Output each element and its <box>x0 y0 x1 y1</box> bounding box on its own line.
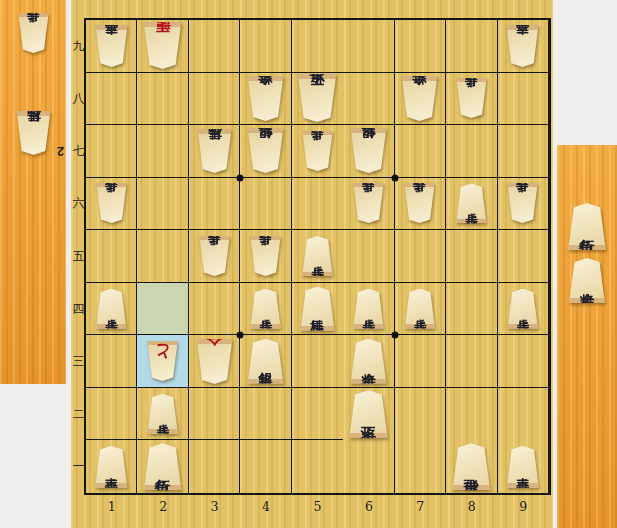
square-3-3[interactable]: 全 <box>189 335 240 388</box>
square-2-1[interactable]: 角行 <box>137 440 188 493</box>
square-9-5[interactable] <box>498 230 549 283</box>
sente-hand-stand: 角行金将 <box>557 145 617 528</box>
lance-sente[interactable]: 香車 <box>94 446 129 488</box>
square-1-2[interactable] <box>86 388 137 441</box>
square-5-5[interactable]: 歩兵 <box>292 230 343 283</box>
square-1-1[interactable]: 香車 <box>86 440 137 493</box>
lance-gote[interactable]: 香車 <box>505 25 540 67</box>
king-sente[interactable]: 王将 <box>347 390 389 438</box>
square-8-5[interactable] <box>446 230 497 283</box>
file-labels: 123456789 <box>86 495 549 517</box>
square-6-1[interactable] <box>343 440 394 493</box>
promoted-silver-gote[interactable]: 全 <box>195 339 234 384</box>
pawn-gote[interactable]: 歩兵 <box>198 236 231 276</box>
pawn-sente[interactable]: 歩兵 <box>506 289 539 329</box>
square-9-8[interactable] <box>498 73 549 126</box>
square-2-4[interactable] <box>137 283 188 336</box>
square-4-2[interactable] <box>240 388 291 441</box>
square-4-8[interactable]: 金将 <box>240 73 291 126</box>
square-8-2[interactable] <box>446 388 497 441</box>
file-label: 4 <box>240 495 291 517</box>
square-6-4[interactable]: 歩兵 <box>343 283 394 336</box>
square-6-2[interactable]: 王将 <box>343 388 394 441</box>
square-3-8[interactable] <box>189 73 240 126</box>
square-5-3[interactable] <box>292 335 343 388</box>
square-9-3[interactable] <box>498 335 549 388</box>
square-3-1[interactable] <box>189 440 240 493</box>
square-5-9[interactable] <box>292 20 343 73</box>
square-5-4[interactable]: 桂馬 <box>292 283 343 336</box>
rook-sente[interactable]: 飛車 <box>451 443 492 490</box>
square-2-9[interactable]: 龍王 <box>137 20 188 73</box>
shogi-board-panel: 九八七六五四三二一 123456789 香車龍王香車金将玉将金将歩兵桂馬銀将歩兵… <box>71 0 553 528</box>
square-1-5[interactable] <box>86 230 137 283</box>
piece-kanji: と <box>154 351 171 370</box>
knight-sente[interactable]: 桂馬 <box>299 287 336 331</box>
square-6-5[interactable] <box>343 230 394 283</box>
board-grid: 香車龍王香車金将玉将金将歩兵桂馬銀将歩兵銀将歩兵歩兵歩兵歩兵歩兵歩兵歩兵歩兵歩兵… <box>84 18 551 495</box>
pawn-sente[interactable]: 歩兵 <box>455 183 488 223</box>
square-1-3[interactable] <box>86 335 137 388</box>
gold-gote[interactable]: 金将 <box>246 76 285 121</box>
square-2-6[interactable] <box>137 178 188 231</box>
square-3-7[interactable]: 桂馬 <box>189 125 240 178</box>
star-point <box>237 332 244 339</box>
pawn-gote[interactable]: 歩兵 <box>17 13 50 53</box>
square-4-7[interactable]: 銀将 <box>240 125 291 178</box>
star-point <box>391 332 398 339</box>
lance-gote[interactable]: 香車 <box>94 25 129 67</box>
square-8-3[interactable] <box>446 335 497 388</box>
pawn-sente[interactable]: 歩兵 <box>301 236 334 276</box>
star-point <box>391 174 398 181</box>
file-label: 5 <box>292 495 343 517</box>
square-2-5[interactable] <box>137 230 188 283</box>
square-8-7[interactable] <box>446 125 497 178</box>
pawn-gote[interactable]: 歩兵 <box>95 183 128 223</box>
square-1-4[interactable]: 歩兵 <box>86 283 137 336</box>
square-7-2[interactable] <box>395 388 446 441</box>
silver-gote[interactable]: 銀将 <box>349 128 388 173</box>
square-2-8[interactable] <box>137 73 188 126</box>
file-label: 6 <box>343 495 394 517</box>
square-5-2[interactable] <box>292 388 343 441</box>
shogi-app: 歩兵桂馬2 九八七六五四三二一 123456789 香車龍王香車金将玉将金将歩兵… <box>0 0 617 528</box>
square-4-3[interactable]: 銀将 <box>240 335 291 388</box>
silver-gote[interactable]: 銀将 <box>246 128 285 173</box>
pawn-sente[interactable]: 歩兵 <box>352 289 385 329</box>
square-3-2[interactable] <box>189 388 240 441</box>
square-4-1[interactable] <box>240 440 291 493</box>
file-label: 3 <box>189 495 240 517</box>
square-7-4[interactable]: 歩兵 <box>395 283 446 336</box>
pawn-gote[interactable]: 歩兵 <box>403 183 436 223</box>
square-9-7[interactable] <box>498 125 549 178</box>
square-6-7[interactable]: 銀将 <box>343 125 394 178</box>
knight-gote[interactable]: 桂馬 <box>15 111 52 155</box>
square-3-9[interactable] <box>189 20 240 73</box>
square-9-1[interactable]: 香車 <box>498 440 549 493</box>
pawn-sente[interactable]: 歩兵 <box>95 289 128 329</box>
square-6-3[interactable]: 金将 <box>343 335 394 388</box>
file-label: 8 <box>446 495 497 517</box>
square-4-4[interactable]: 歩兵 <box>240 283 291 336</box>
silver-sente[interactable]: 銀将 <box>246 339 285 384</box>
square-3-5[interactable]: 歩兵 <box>189 230 240 283</box>
square-5-1[interactable] <box>292 440 343 493</box>
pawn-gote[interactable]: 歩兵 <box>352 183 385 223</box>
square-1-9[interactable]: 香車 <box>86 20 137 73</box>
square-4-6[interactable] <box>240 178 291 231</box>
square-7-5[interactable] <box>395 230 446 283</box>
square-7-8[interactable]: 金将 <box>395 73 446 126</box>
square-9-2[interactable] <box>498 388 549 441</box>
square-3-6[interactable] <box>189 178 240 231</box>
gote-hand-stand: 歩兵桂馬2 <box>0 0 66 384</box>
square-7-3[interactable] <box>395 335 446 388</box>
lance-sente[interactable]: 香車 <box>505 446 540 488</box>
square-8-6[interactable]: 歩兵 <box>446 178 497 231</box>
star-point <box>237 174 244 181</box>
square-9-9[interactable]: 香車 <box>498 20 549 73</box>
square-1-6[interactable]: 歩兵 <box>86 178 137 231</box>
pawn-sente[interactable]: 歩兵 <box>249 289 282 329</box>
file-label: 2 <box>137 495 188 517</box>
square-6-6[interactable]: 歩兵 <box>343 178 394 231</box>
pawn-gote[interactable]: 歩兵 <box>301 131 334 171</box>
pawn-gote[interactable]: 歩兵 <box>455 78 488 118</box>
square-9-4[interactable]: 歩兵 <box>498 283 549 336</box>
gote-hand-knight: 桂馬2 <box>0 111 66 155</box>
square-4-5[interactable]: 歩兵 <box>240 230 291 283</box>
bishop-sente[interactable]: 角行 <box>567 203 608 250</box>
square-7-6[interactable]: 歩兵 <box>395 178 446 231</box>
gold-sente[interactable]: 金将 <box>568 258 607 303</box>
sente-hand-bishop: 角行 <box>557 203 617 250</box>
square-7-1[interactable] <box>395 440 446 493</box>
square-8-4[interactable] <box>446 283 497 336</box>
file-label: 7 <box>395 495 446 517</box>
pawn-gote[interactable]: 歩兵 <box>249 236 282 276</box>
square-5-7[interactable]: 歩兵 <box>292 125 343 178</box>
square-4-9[interactable] <box>240 20 291 73</box>
square-2-7[interactable] <box>137 125 188 178</box>
square-8-9[interactable] <box>446 20 497 73</box>
square-7-7[interactable] <box>395 125 446 178</box>
pawn-sente[interactable]: 歩兵 <box>146 394 179 434</box>
pawn-sente[interactable]: 歩兵 <box>403 289 436 329</box>
square-6-9[interactable] <box>343 20 394 73</box>
king-gote[interactable]: 玉将 <box>296 74 338 122</box>
knight-gote[interactable]: 桂馬 <box>196 129 233 173</box>
file-label: 9 <box>498 495 549 517</box>
square-2-2[interactable]: 歩兵 <box>137 388 188 441</box>
square-1-7[interactable] <box>86 125 137 178</box>
gold-gote[interactable]: 金将 <box>400 76 439 121</box>
bishop-sente[interactable]: 角行 <box>142 443 183 490</box>
dragon-king-gote[interactable]: 龍王 <box>142 22 183 69</box>
file-label: 1 <box>86 495 137 517</box>
sente-hand-gold: 金将 <box>557 258 617 303</box>
square-6-8[interactable] <box>343 73 394 126</box>
gote-hand-pawn: 歩兵 <box>0 13 66 53</box>
tokin-gote[interactable]: と <box>146 341 179 381</box>
square-1-8[interactable] <box>86 73 137 126</box>
square-7-9[interactable] <box>395 20 446 73</box>
square-3-4[interactable] <box>189 283 240 336</box>
pawn-gote[interactable]: 歩兵 <box>506 183 539 223</box>
square-2-3[interactable]: と <box>137 335 188 388</box>
square-9-6[interactable]: 歩兵 <box>498 178 549 231</box>
gold-sente[interactable]: 金将 <box>349 339 388 384</box>
square-8-1[interactable]: 飛車 <box>446 440 497 493</box>
square-5-6[interactable] <box>292 178 343 231</box>
hand-piece-count: 2 <box>57 144 64 159</box>
square-8-8[interactable]: 歩兵 <box>446 73 497 126</box>
square-5-8[interactable]: 玉将 <box>292 73 343 126</box>
